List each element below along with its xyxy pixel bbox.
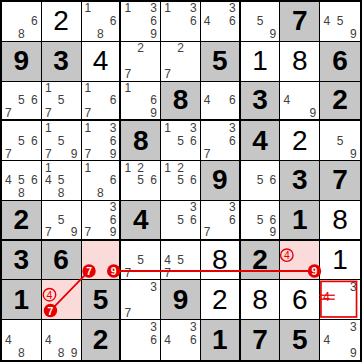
given-digit: 2 <box>2 201 41 239</box>
given-digit: 2 <box>320 82 360 120</box>
solved-digit: 8 <box>320 201 360 239</box>
pencil-marks: 569 <box>241 201 280 239</box>
pencil-marks: 367 <box>201 121 239 160</box>
cell-r8c6[interactable]: 2 <box>201 280 241 320</box>
cell-r4c9[interactable]: 59 <box>320 121 360 161</box>
solved-digit: 1 <box>320 241 360 280</box>
solved-digit: 1 <box>241 42 280 81</box>
pencil-marks: 457 <box>161 241 200 280</box>
given-digit: 5 <box>280 320 319 360</box>
cell-r6c8[interactable]: 1 <box>280 201 320 241</box>
pencil-marks: 169 <box>121 82 160 120</box>
pencil-marks: 168 <box>82 2 120 41</box>
cell-r4c3[interactable]: 13679 <box>82 121 122 161</box>
cell-r1c2[interactable]: 2 <box>42 2 82 42</box>
cell-r7c6[interactable]: 8 <box>201 241 241 281</box>
solved-digit: 6 <box>280 280 319 319</box>
cell-r2c6[interactable]: 5 <box>201 42 241 82</box>
pencil-marks: 349 <box>320 320 360 360</box>
cell-r5c1[interactable]: 4568 <box>2 161 42 201</box>
given-digit: 7 <box>280 2 319 41</box>
given-digit: 7 <box>320 161 360 200</box>
cell-r9c5[interactable]: 346 <box>161 320 201 360</box>
pencil-marks: 1256 <box>121 161 160 200</box>
cell-r7c5[interactable]: 457 <box>161 241 201 281</box>
cell-r3c1[interactable]: 567 <box>2 82 42 122</box>
pencil-marks: 356 <box>161 201 200 239</box>
solved-digit: 2 <box>201 280 239 319</box>
given-digit: 9 <box>201 161 239 200</box>
pencil-marks: 1356 <box>161 121 200 160</box>
cell-r7c1[interactable]: 3 <box>2 241 42 281</box>
given-digit: 1 <box>280 201 319 239</box>
cell-r8c2[interactable] <box>42 280 82 320</box>
cell-r8c8[interactable]: 6 <box>280 280 320 320</box>
cell-r3c3[interactable]: 167 <box>82 82 122 122</box>
cell-r4c4[interactable]: 8 <box>121 121 161 161</box>
cell-r2c3[interactable]: 4 <box>82 42 122 82</box>
given-digit: 3 <box>280 161 319 200</box>
cell-r3c6[interactable]: 46 <box>201 82 241 122</box>
cell-r8c1[interactable]: 1 <box>2 280 42 320</box>
pencil-marks: 27 <box>161 42 200 81</box>
solved-digit: 4 <box>82 42 120 81</box>
cell-r2c7[interactable]: 1 <box>241 42 281 82</box>
given-digit: 3 <box>42 42 81 81</box>
pencil-marks: 167 <box>82 82 120 120</box>
cell-r1c9[interactable]: 459 <box>320 2 360 42</box>
pencil-marks: 59 <box>241 2 280 41</box>
cell-r3c9[interactable]: 2 <box>320 82 360 122</box>
cell-r1c3[interactable]: 168 <box>82 2 122 42</box>
cell-r8c3[interactable]: 5 <box>82 280 122 320</box>
cell-r7c3[interactable] <box>82 241 122 281</box>
cell-r7c4[interactable]: 57 <box>121 241 161 281</box>
cell-r5c6[interactable]: 9 <box>201 161 241 201</box>
pencil-marks: 68 <box>2 2 41 41</box>
pencil-marks: 13679 <box>82 121 120 160</box>
given-digit: 7 <box>241 320 280 360</box>
pencil-marks: 57 <box>121 241 160 280</box>
cell-r2c1[interactable]: 9 <box>2 42 42 82</box>
sudoku-board: 6821681369136346597459934272751865671571… <box>0 0 362 362</box>
pencil-marks: 36 <box>121 320 160 360</box>
pencil-marks: 459 <box>320 2 360 41</box>
cell-r4c2[interactable]: 1579 <box>42 121 82 161</box>
given-digit: 2 <box>82 320 120 360</box>
pencil-marks: 489 <box>42 320 81 360</box>
cell-r9c4[interactable]: 36 <box>121 320 161 360</box>
cell-r4c7[interactable]: 4 <box>241 121 281 161</box>
pencil-marks: 27 <box>121 42 160 81</box>
cell-r9c8[interactable]: 5 <box>280 320 320 360</box>
given-digit: 1 <box>201 320 239 360</box>
cell-r9c2[interactable]: 489 <box>42 320 82 360</box>
cell-r1c7[interactable]: 59 <box>241 2 281 42</box>
given-digit: 8 <box>121 121 160 160</box>
cell-r5c2[interactable]: 1458 <box>42 161 82 201</box>
given-digit: 2 <box>241 241 280 280</box>
cell-r8c7[interactable]: 8 <box>241 280 281 320</box>
given-digit: 9 <box>2 42 41 81</box>
cell-r2c9[interactable]: 6 <box>320 42 360 82</box>
cell-r7c7[interactable]: 2 <box>241 241 281 281</box>
pencil-marks: 4568 <box>2 161 41 200</box>
pencil-marks: 1579 <box>42 121 81 160</box>
cell-r7c8[interactable] <box>280 241 320 281</box>
cell-r8c4[interactable]: 37 <box>121 280 161 320</box>
cell-r1c5[interactable]: 136 <box>161 2 201 42</box>
cell-r8c5[interactable]: 9 <box>161 280 201 320</box>
pencil-marks: 157 <box>42 82 81 120</box>
cell-r5c4[interactable]: 1256 <box>121 161 161 201</box>
cell-r1c1[interactable]: 68 <box>2 2 42 42</box>
cell-r9c1[interactable]: 48 <box>2 320 42 360</box>
pencil-marks: 46 <box>201 82 239 120</box>
cell-r2c4[interactable]: 27 <box>121 42 161 82</box>
pencil-marks: 59 <box>320 121 360 160</box>
given-digit: 1 <box>2 280 41 319</box>
pencil-marks: 1369 <box>121 2 160 41</box>
solved-digit: 2 <box>280 121 319 160</box>
cell-r3c5[interactable]: 8 <box>161 82 201 122</box>
cell-r6c7[interactable]: 569 <box>241 201 281 241</box>
cell-r4c1[interactable]: 567 <box>2 121 42 161</box>
cell-r4c8[interactable]: 2 <box>280 121 320 161</box>
solved-digit: 2 <box>42 2 81 41</box>
cell-r2c5[interactable]: 27 <box>161 42 201 82</box>
cell-r7c9[interactable]: 1 <box>320 241 360 281</box>
cell-r5c7[interactable]: 56 <box>241 161 281 201</box>
given-digit: 4 <box>241 121 280 160</box>
given-digit: 3 <box>2 241 41 280</box>
cell-r9c7[interactable]: 7 <box>241 320 281 360</box>
pencil-marks: 1256 <box>161 161 200 200</box>
pencil-marks: 346 <box>161 320 200 360</box>
given-digit: 4 <box>121 201 160 239</box>
pencil-marks: 567 <box>2 82 41 120</box>
cell-r5c9[interactable]: 7 <box>320 161 360 201</box>
pencil-marks: 136 <box>161 2 200 41</box>
given-digit: 6 <box>320 42 360 81</box>
pencil-marks: 37 <box>121 280 160 319</box>
given-digit: 3 <box>241 82 280 120</box>
cell-r1c8[interactable]: 7 <box>280 2 320 42</box>
pencil-marks: 367 <box>201 201 239 239</box>
pencil-marks: 1458 <box>42 161 81 200</box>
cell-r9c9[interactable]: 349 <box>320 320 360 360</box>
cell-r6c6[interactable]: 367 <box>201 201 241 241</box>
pencil-marks: 3 <box>320 280 360 319</box>
cell-r1c6[interactable]: 346 <box>201 2 241 42</box>
cell-r6c4[interactable]: 4 <box>121 201 161 241</box>
cell-r7c2[interactable]: 6 <box>42 241 82 281</box>
cell-r5c5[interactable]: 1256 <box>161 161 201 201</box>
cell-r2c2[interactable]: 3 <box>42 42 82 82</box>
cell-r5c3[interactable]: 168 <box>82 161 122 201</box>
cell-r4c6[interactable]: 367 <box>201 121 241 161</box>
pencil-marks: 168 <box>82 161 120 200</box>
solved-digit: 8 <box>241 280 280 319</box>
cell-r5c8[interactable]: 3 <box>280 161 320 201</box>
given-digit: 8 <box>161 82 200 120</box>
pencil-marks: 346 <box>201 2 239 41</box>
pencil-marks: 3679 <box>82 201 120 239</box>
cell-r2c8[interactable]: 8 <box>280 42 320 82</box>
pencil-marks: 49 <box>280 82 319 120</box>
given-digit: 6 <box>42 241 81 280</box>
solved-digit: 8 <box>201 241 239 280</box>
given-digit: 5 <box>201 42 239 81</box>
cell-r6c2[interactable]: 579 <box>42 201 82 241</box>
cell-r3c8[interactable]: 49 <box>280 82 320 122</box>
cell-r3c4[interactable]: 169 <box>121 82 161 122</box>
pencil-marks: 56 <box>241 161 280 200</box>
cell-r4c5[interactable]: 1356 <box>161 121 201 161</box>
cell-r6c1[interactable]: 2 <box>2 201 42 241</box>
pencil-marks: 48 <box>2 320 41 360</box>
cell-r8c9[interactable]: 3 <box>320 280 360 320</box>
cell-r9c3[interactable]: 2 <box>82 320 122 360</box>
pencil-marks: 579 <box>42 201 81 239</box>
cell-r3c2[interactable]: 157 <box>42 82 82 122</box>
cell-r6c9[interactable]: 8 <box>320 201 360 241</box>
cell-r9c6[interactable]: 1 <box>201 320 241 360</box>
given-digit: 5 <box>82 280 120 319</box>
cell-r6c5[interactable]: 356 <box>161 201 201 241</box>
solved-digit: 8 <box>280 42 319 81</box>
cell-r3c7[interactable]: 3 <box>241 82 281 122</box>
given-digit: 9 <box>161 280 200 319</box>
pencil-marks: 567 <box>2 121 41 160</box>
cell-r1c4[interactable]: 1369 <box>121 2 161 42</box>
cell-r6c3[interactable]: 3679 <box>82 201 122 241</box>
